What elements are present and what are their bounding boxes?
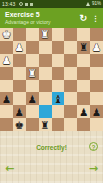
square-e5[interactable]: [39, 80, 52, 93]
notification-icon: [25, 3, 28, 6]
square-c7[interactable]: [64, 105, 77, 118]
signal-icon: [86, 2, 90, 6]
next-arrow-icon[interactable]: →: [89, 161, 98, 177]
square-c8[interactable]: [64, 118, 77, 131]
square-g3[interactable]: [13, 54, 26, 67]
square-h6[interactable]: ♟: [0, 92, 13, 105]
square-c6[interactable]: [64, 92, 77, 105]
square-h2[interactable]: [0, 41, 13, 54]
square-c1[interactable]: [64, 28, 77, 41]
square-a6[interactable]: [90, 92, 103, 105]
square-f2[interactable]: [26, 41, 39, 54]
square-f5[interactable]: [26, 80, 39, 93]
square-c5[interactable]: [64, 80, 77, 93]
square-h8[interactable]: [0, 118, 13, 131]
square-b6[interactable]: [77, 92, 90, 105]
square-d8[interactable]: [52, 118, 65, 131]
square-d3[interactable]: [52, 54, 65, 67]
piece-black-king: ♚: [15, 119, 24, 131]
square-b1[interactable]: [77, 28, 90, 41]
square-c4[interactable]: [64, 67, 77, 80]
square-a4[interactable]: [90, 67, 103, 80]
square-b3[interactable]: [77, 54, 90, 67]
piece-white-pawn: ♟: [15, 41, 24, 53]
square-f1[interactable]: [26, 28, 39, 41]
piece-black-rook: ♜: [40, 119, 49, 131]
piece-black-bishop: ♝: [53, 93, 62, 105]
previous-arrow-icon[interactable]: ←: [5, 161, 14, 177]
piece-white-rook: ♜: [40, 28, 49, 40]
feedback-panel: Correctly! ? ← →: [0, 131, 103, 183]
square-e2[interactable]: [39, 41, 52, 54]
square-c3[interactable]: [64, 54, 77, 67]
square-f4[interactable]: ♜: [26, 67, 39, 80]
square-d1[interactable]: [52, 28, 65, 41]
piece-white-king: ♚: [2, 28, 11, 40]
square-g6[interactable]: [13, 92, 26, 105]
square-e7[interactable]: [39, 105, 52, 118]
square-h3[interactable]: ♟: [0, 54, 13, 67]
square-a7[interactable]: ♟: [90, 105, 103, 118]
refresh-icon[interactable]: ↻: [79, 14, 87, 23]
square-h5[interactable]: [0, 80, 13, 93]
square-g7[interactable]: ♟: [13, 105, 26, 118]
square-b8[interactable]: [77, 118, 90, 131]
help-icon[interactable]: ?: [89, 142, 98, 151]
piece-white-pawn: ♟: [92, 41, 101, 53]
header-text: Exercise 5 Advantage or victory: [5, 11, 79, 25]
square-b4[interactable]: [77, 67, 90, 80]
status-time: 13:43: [2, 0, 16, 8]
square-e6[interactable]: [39, 92, 52, 105]
notification-icons: [19, 2, 33, 6]
square-e3[interactable]: [39, 54, 52, 67]
square-f3[interactable]: [26, 54, 39, 67]
square-d6[interactable]: ♝: [52, 92, 65, 105]
square-h4[interactable]: [0, 67, 13, 80]
piece-black-pawn: ♟: [79, 106, 88, 118]
status-bar: 13:43 91%: [0, 0, 103, 8]
square-a8[interactable]: [90, 118, 103, 131]
square-f6[interactable]: ♟: [26, 92, 39, 105]
square-e1[interactable]: ♜: [39, 28, 52, 41]
page-subtitle: Advantage or victory: [5, 19, 79, 25]
square-d2[interactable]: [52, 41, 65, 54]
square-a1[interactable]: [90, 28, 103, 41]
square-h1[interactable]: ♚: [0, 28, 13, 41]
notification-icon: [30, 3, 33, 6]
square-g4[interactable]: [13, 67, 26, 80]
square-g8[interactable]: ♚: [13, 118, 26, 131]
square-a5[interactable]: [90, 80, 103, 93]
notification-icon: [19, 2, 23, 6]
piece-black-pawn: ♟: [92, 106, 101, 118]
square-c2[interactable]: [64, 41, 77, 54]
square-b7[interactable]: ♟: [77, 105, 90, 118]
piece-black-pawn: ♟: [27, 93, 36, 105]
piece-black-pawn: ♟: [15, 106, 24, 118]
square-b2[interactable]: ♜: [77, 41, 90, 54]
square-g1[interactable]: [13, 28, 26, 41]
piece-black-pawn: ♟: [2, 93, 11, 105]
app-header: Exercise 5 Advantage or victory ↻ ⋮: [0, 8, 103, 28]
chess-board[interactable]: ♚♜♟♜♟♟♜♟♟♝♟♟♟♚♜: [0, 28, 103, 131]
feedback-text: Correctly!: [0, 142, 103, 154]
app-screen: 13:43 91% Exercise 5 Advantage or victor…: [0, 0, 103, 183]
page-title: Exercise 5: [5, 11, 79, 19]
square-d4[interactable]: [52, 67, 65, 80]
square-e4[interactable]: [39, 67, 52, 80]
piece-white-pawn: ♟: [2, 54, 11, 66]
square-h7[interactable]: [0, 105, 13, 118]
square-a2[interactable]: ♟: [90, 41, 103, 54]
piece-black-rook: ♜: [79, 41, 88, 53]
battery-level: 91%: [92, 0, 101, 8]
square-g5[interactable]: [13, 80, 26, 93]
square-f7[interactable]: [26, 105, 39, 118]
square-e8[interactable]: ♜: [39, 118, 52, 131]
square-b5[interactable]: [77, 80, 90, 93]
square-a3[interactable]: [90, 54, 103, 67]
square-g2[interactable]: ♟: [13, 41, 26, 54]
square-f8[interactable]: [26, 118, 39, 131]
piece-white-rook: ♜: [27, 67, 36, 79]
square-d5[interactable]: [52, 80, 65, 93]
overflow-menu-icon[interactable]: ⋮: [92, 15, 99, 22]
square-d7[interactable]: [52, 105, 65, 118]
